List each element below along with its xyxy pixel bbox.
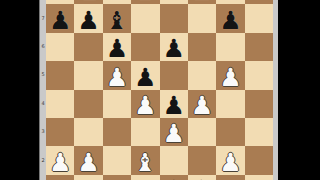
- square-b5: [74, 61, 102, 89]
- square-b3: [74, 118, 102, 146]
- black-pawn-c6: ♟: [103, 35, 131, 62]
- rank-label-2: 2: [40, 158, 46, 163]
- square-e2: [160, 146, 188, 174]
- square-a5: [46, 61, 74, 89]
- square-c6: ♟: [103, 33, 131, 61]
- square-b2: ♟: [74, 146, 102, 174]
- rank-label-6: 6: [40, 44, 46, 49]
- square-a2: ♟: [46, 146, 74, 174]
- square-d3: [131, 118, 159, 146]
- square-f4: ♟: [188, 90, 216, 118]
- black-pawn-a7: ♟: [46, 7, 74, 34]
- black-pawn-e6: ♟: [160, 35, 188, 62]
- square-g7: ♟: [216, 4, 244, 32]
- square-d2: ♝: [131, 146, 159, 174]
- letterbox-left: [0, 0, 39, 180]
- square-c1: [103, 175, 131, 180]
- black-pawn-b7: ♟: [74, 7, 102, 34]
- black-pawn-d5: ♟: [131, 64, 159, 91]
- white-pawn-g5: ♟: [216, 64, 244, 91]
- square-h7: [245, 4, 273, 32]
- square-a3: [46, 118, 74, 146]
- square-b6: [74, 33, 102, 61]
- square-f2: [188, 146, 216, 174]
- black-bishop-c7: ♝: [103, 7, 131, 34]
- white-rook-h1: ♜: [245, 177, 273, 180]
- square-e7: [160, 4, 188, 32]
- white-king-e1: ♚: [160, 177, 188, 180]
- square-e3: ♟: [160, 118, 188, 146]
- square-g5: ♟: [216, 61, 244, 89]
- white-pawn-d4: ♟: [131, 92, 159, 119]
- square-h2: [245, 146, 273, 174]
- video-frame: ♜♞♝♛♜♚♟♟♝♟♟♟♟♟♟♟♟♟♟♟♟♝♟♜♚♞♜ 765432: [0, 0, 320, 180]
- white-knight-f1: ♞: [188, 177, 216, 180]
- square-d5: ♟: [131, 61, 159, 89]
- square-h3: [245, 118, 273, 146]
- white-pawn-c5: ♟: [103, 64, 131, 91]
- square-g6: [216, 33, 244, 61]
- black-pawn-g7: ♟: [216, 7, 244, 34]
- square-g4: [216, 90, 244, 118]
- chess-board: ♜♞♝♛♜♚♟♟♝♟♟♟♟♟♟♟♟♟♟♟♟♝♟♜♚♞♜: [46, 0, 273, 180]
- white-rook-a1: ♜: [46, 177, 74, 180]
- square-c3: [103, 118, 131, 146]
- square-d1: [131, 175, 159, 180]
- square-d7: [131, 4, 159, 32]
- square-g1: [216, 175, 244, 180]
- square-h1: ♜: [245, 175, 273, 180]
- square-f3: [188, 118, 216, 146]
- white-pawn-a2: ♟: [46, 149, 74, 176]
- square-h6: [245, 33, 273, 61]
- square-f5: [188, 61, 216, 89]
- white-pawn-e3: ♟: [160, 120, 188, 147]
- square-c7: ♝: [103, 4, 131, 32]
- square-e5: [160, 61, 188, 89]
- square-e6: ♟: [160, 33, 188, 61]
- square-b4: [74, 90, 102, 118]
- white-pawn-g2: ♟: [216, 149, 244, 176]
- square-g3: [216, 118, 244, 146]
- letterbox-right: [278, 0, 320, 180]
- square-c5: ♟: [103, 61, 131, 89]
- square-a6: [46, 33, 74, 61]
- white-bishop-d2: ♝: [131, 149, 159, 176]
- rank-label-3: 3: [40, 129, 46, 134]
- square-f1: ♞: [188, 175, 216, 180]
- square-f6: [188, 33, 216, 61]
- square-b1: [74, 175, 102, 180]
- black-pawn-e4: ♟: [160, 92, 188, 119]
- square-g2: ♟: [216, 146, 244, 174]
- rank-label-5: 5: [40, 72, 46, 77]
- white-pawn-b2: ♟: [74, 149, 102, 176]
- square-a4: [46, 90, 74, 118]
- square-h5: [245, 61, 273, 89]
- square-b7: ♟: [74, 4, 102, 32]
- rank-label-4: 4: [40, 101, 46, 106]
- square-c4: [103, 90, 131, 118]
- white-pawn-f4: ♟: [188, 92, 216, 119]
- square-e1: ♚: [160, 175, 188, 180]
- square-e4: ♟: [160, 90, 188, 118]
- square-a7: ♟: [46, 4, 74, 32]
- square-d6: [131, 33, 159, 61]
- square-c2: [103, 146, 131, 174]
- square-f7: [188, 4, 216, 32]
- board-frame: ♜♞♝♛♜♚♟♟♝♟♟♟♟♟♟♟♟♟♟♟♟♝♟♜♚♞♜ 765432: [39, 0, 280, 180]
- square-a1: ♜: [46, 175, 74, 180]
- square-h4: [245, 90, 273, 118]
- square-d4: ♟: [131, 90, 159, 118]
- rank-label-7: 7: [40, 16, 46, 21]
